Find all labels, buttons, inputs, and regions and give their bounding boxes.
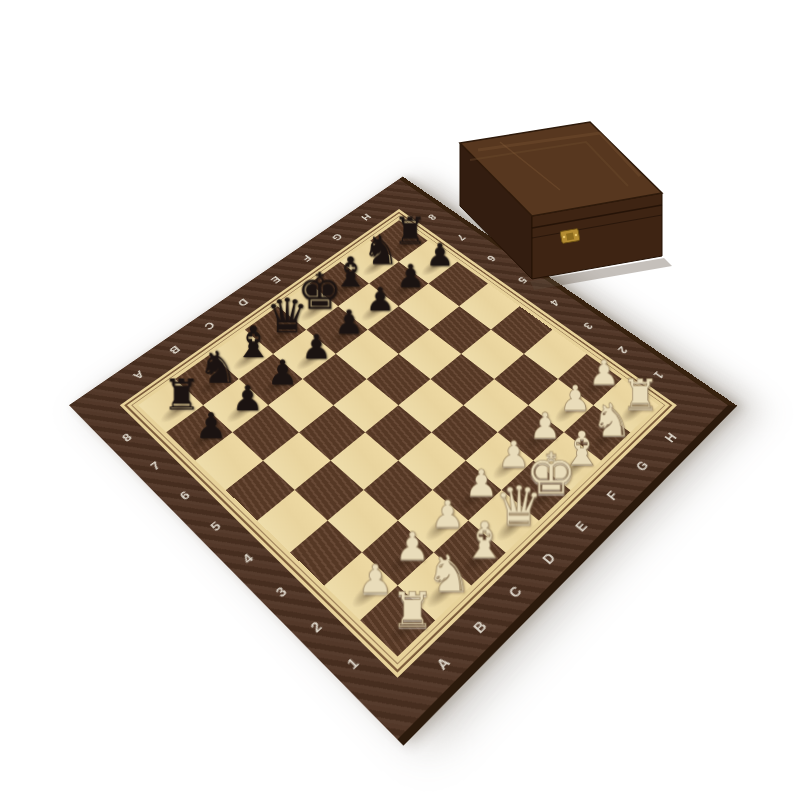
box-latch: [560, 229, 580, 244]
square-a7: ♟: [166, 405, 232, 460]
chess-board: ABCDEFGH ABCDEFGH 87654321 87654321 ♜♞♝♛…: [69, 177, 737, 746]
box-front-face: [532, 193, 662, 279]
box-top-face: [460, 122, 662, 216]
board-squares: ♜♞♝♛♚♝♞♜♟♟♟♟♟♟♟♟♟♟♟♟♟♟♟♟♜♞♝♛♚♝♞♜: [138, 220, 658, 656]
box-grain-streak-3: [500, 142, 560, 190]
white-rook: ♜: [373, 588, 452, 634]
chess-set-photo: ABCDEFGH ABCDEFGH 87654321 87654321 ♜♞♝♛…: [0, 0, 800, 800]
board-inner-frame: ♜♞♝♛♚♝♞♜♟♟♟♟♟♟♟♟♟♟♟♟♟♟♟♟♜♞♝♛♚♝♞♜: [120, 209, 677, 678]
box-lid-seam-2: [532, 215, 662, 238]
square-g4: [461, 330, 524, 379]
box-lid-seam: [532, 205, 662, 228]
box-grain-streak: [478, 133, 640, 176]
square-c4: [331, 432, 399, 490]
box-grain-streak-2: [470, 142, 628, 186]
black-pawn: ♟: [176, 409, 246, 443]
